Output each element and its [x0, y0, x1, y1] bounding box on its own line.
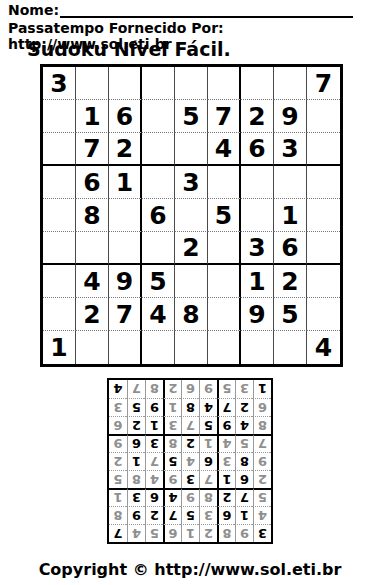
main-cell-r2c7: 2 — [241, 100, 274, 133]
solution-cell-r8c4: 4 — [199, 398, 217, 416]
solution-cell-r1c3: 8 — [217, 524, 235, 542]
main-cell-r6c1[interactable] — [43, 232, 76, 265]
main-cell-r4c3: 1 — [109, 166, 142, 199]
solution-cell-r9c2: 3 — [235, 380, 253, 398]
main-cell-r5c4: 6 — [142, 199, 175, 232]
main-cell-r7c9[interactable] — [307, 265, 340, 298]
solution-cell-r5c2: 8 — [235, 452, 253, 470]
solution-cell-r6c6: 8 — [163, 434, 181, 452]
solution-cell-r4c8: 8 — [127, 470, 145, 488]
main-cell-r3c7: 6 — [241, 133, 274, 166]
main-cell-r4c8[interactable] — [274, 166, 307, 199]
main-cell-r8c8: 5 — [274, 298, 307, 331]
main-cell-r1c7[interactable] — [241, 67, 274, 100]
solution-cell-r7c2: 4 — [235, 416, 253, 434]
main-cell-r5c1[interactable] — [43, 199, 76, 232]
main-cell-r8c7: 9 — [241, 298, 274, 331]
name-label: Nome: — [8, 2, 59, 18]
solution-cell-r4c7: 4 — [145, 470, 163, 488]
main-cell-r8c1[interactable] — [43, 298, 76, 331]
main-cell-r4c6[interactable] — [208, 166, 241, 199]
main-cell-r6c5: 2 — [175, 232, 208, 265]
main-cell-r8c5: 8 — [175, 298, 208, 331]
main-cell-r3c6: 4 — [208, 133, 241, 166]
main-cell-r6c7: 3 — [241, 232, 274, 265]
main-cell-r3c2: 7 — [76, 133, 109, 166]
name-row: Nome: — [8, 2, 353, 18]
main-cell-r7c5[interactable] — [175, 265, 208, 298]
main-cell-r1c8[interactable] — [274, 67, 307, 100]
solution-cell-r8c1: 6 — [253, 398, 271, 416]
main-cell-r9c4[interactable] — [142, 331, 175, 364]
solution-cell-r7c5: 7 — [181, 416, 199, 434]
solution-cell-r8c8: 5 — [127, 398, 145, 416]
solution-cell-r1c5: 1 — [181, 524, 199, 542]
main-cell-r1c6[interactable] — [208, 67, 241, 100]
main-grid: 371657297246361386512364951227489514 — [40, 64, 343, 367]
main-cell-r9c3[interactable] — [109, 331, 142, 364]
main-cell-r4c9[interactable] — [307, 166, 340, 199]
solution-cell-r3c3: 2 — [217, 488, 235, 506]
main-cell-r3c8: 3 — [274, 133, 307, 166]
solution-cell-r1c2: 9 — [235, 524, 253, 542]
main-cell-r7c2: 4 — [76, 265, 109, 298]
main-cell-r5c9[interactable] — [307, 199, 340, 232]
main-cell-r5c7[interactable] — [241, 199, 274, 232]
name-underline[interactable] — [60, 3, 353, 18]
main-cell-r5c8: 1 — [274, 199, 307, 232]
main-cell-r2c5: 5 — [175, 100, 208, 133]
main-cell-r9c1: 1 — [43, 331, 76, 364]
main-cell-r4c1[interactable] — [43, 166, 76, 199]
solution-cell-r8c3: 7 — [217, 398, 235, 416]
solution-cell-r6c2: 5 — [235, 434, 253, 452]
main-cell-r7c1[interactable] — [43, 265, 76, 298]
main-cell-r1c2[interactable] — [76, 67, 109, 100]
main-cell-r9c8[interactable] — [274, 331, 307, 364]
solution-cell-r9c3: 5 — [217, 380, 235, 398]
main-cell-r6c8: 6 — [274, 232, 307, 265]
solution-cell-r3c4: 8 — [199, 488, 217, 506]
main-cell-r2c3: 6 — [109, 100, 142, 133]
solution-cell-r7c4: 5 — [199, 416, 217, 434]
main-cell-r4c5: 3 — [175, 166, 208, 199]
main-cell-r6c6[interactable] — [208, 232, 241, 265]
solution-cell-r4c9: 5 — [109, 470, 127, 488]
solution-cell-r8c7: 9 — [145, 398, 163, 416]
main-cell-r2c2: 1 — [76, 100, 109, 133]
main-cell-r8c6[interactable] — [208, 298, 241, 331]
main-cell-r9c6[interactable] — [208, 331, 241, 364]
main-cell-r9c2[interactable] — [76, 331, 109, 364]
main-cell-r3c1[interactable] — [43, 133, 76, 166]
solution-cell-r5c7: 7 — [145, 452, 163, 470]
solution-cell-r1c9: 7 — [109, 524, 127, 542]
solution-cell-r6c3: 4 — [217, 434, 235, 452]
main-cell-r2c4[interactable] — [142, 100, 175, 133]
main-cell-r3c3: 2 — [109, 133, 142, 166]
solution-cell-r5c5: 4 — [181, 452, 199, 470]
solution-cell-r4c1: 2 — [253, 470, 271, 488]
solution-grid: 3982165474163572985728946312617394859836… — [107, 378, 273, 544]
solution-cell-r9c8: 7 — [127, 380, 145, 398]
main-cell-r3c9[interactable] — [307, 133, 340, 166]
main-cell-r1c5[interactable] — [175, 67, 208, 100]
main-cell-r7c6[interactable] — [208, 265, 241, 298]
main-cell-r8c4: 4 — [142, 298, 175, 331]
main-cell-r4c7[interactable] — [241, 166, 274, 199]
main-cell-r9c7[interactable] — [241, 331, 274, 364]
main-cell-r6c3[interactable] — [109, 232, 142, 265]
solution-cell-r8c2: 2 — [235, 398, 253, 416]
main-cell-r3c5[interactable] — [175, 133, 208, 166]
solution-cell-r3c8: 3 — [127, 488, 145, 506]
main-cell-r9c5[interactable] — [175, 331, 208, 364]
solution-cell-r6c7: 3 — [145, 434, 163, 452]
main-cell-r8c3: 7 — [109, 298, 142, 331]
main-cell-r8c9[interactable] — [307, 298, 340, 331]
solution-cell-r3c1: 5 — [253, 488, 271, 506]
main-cell-r7c3: 9 — [109, 265, 142, 298]
solution-cell-r3c9: 1 — [109, 488, 127, 506]
solution-cell-r9c7: 8 — [145, 380, 163, 398]
solution-cell-r5c3: 3 — [217, 452, 235, 470]
solution-cell-r6c1: 7 — [253, 434, 271, 452]
solution-cell-r4c6: 9 — [163, 470, 181, 488]
solution-cell-r9c6: 2 — [163, 380, 181, 398]
solution-cell-r1c8: 4 — [127, 524, 145, 542]
main-cell-r7c8: 2 — [274, 265, 307, 298]
main-cell-r5c3[interactable] — [109, 199, 142, 232]
main-cell-r2c9[interactable] — [307, 100, 340, 133]
solution-cell-r3c5: 9 — [181, 488, 199, 506]
solution-cell-r7c1: 8 — [253, 416, 271, 434]
solution-cell-r2c7: 2 — [145, 506, 163, 524]
main-cell-r8c2: 2 — [76, 298, 109, 331]
solution-cell-r8c5: 8 — [181, 398, 199, 416]
solution-cell-r2c8: 9 — [127, 506, 145, 524]
main-cell-r4c4[interactable] — [142, 166, 175, 199]
main-cell-r2c6: 7 — [208, 100, 241, 133]
solution-cell-r2c5: 5 — [181, 506, 199, 524]
solution-cell-r1c4: 2 — [199, 524, 217, 542]
main-cell-r5c5[interactable] — [175, 199, 208, 232]
solution-cell-r9c5: 6 — [181, 380, 199, 398]
solution-cell-r5c6: 5 — [163, 452, 181, 470]
solution-cell-r2c4: 3 — [199, 506, 217, 524]
main-cell-r6c4[interactable] — [142, 232, 175, 265]
solution-cell-r4c5: 3 — [181, 470, 199, 488]
copyright: Copyright © http://www.sol.eti.br — [0, 560, 380, 579]
main-cell-r1c3[interactable] — [109, 67, 142, 100]
main-cell-r7c7: 1 — [241, 265, 274, 298]
main-cell-r6c2[interactable] — [76, 232, 109, 265]
main-cell-r4c2: 6 — [76, 166, 109, 199]
main-cell-r1c9: 7 — [307, 67, 340, 100]
solution-cell-r4c4: 7 — [199, 470, 217, 488]
main-cell-r2c8: 9 — [274, 100, 307, 133]
solution-cell-r2c1: 4 — [253, 506, 271, 524]
solution-cell-r7c3: 9 — [217, 416, 235, 434]
solution-cell-r1c1: 3 — [253, 524, 271, 542]
solution-cell-r8c6: 1 — [163, 398, 181, 416]
main-cell-r7c4: 5 — [142, 265, 175, 298]
solution-cell-r7c9: 6 — [109, 416, 127, 434]
solution-cell-r6c4: 1 — [199, 434, 217, 452]
main-cell-r1c1: 3 — [43, 67, 76, 100]
solution-cell-r9c9: 4 — [109, 380, 127, 398]
solution-cell-r6c8: 6 — [127, 434, 145, 452]
main-cell-r2c1[interactable] — [43, 100, 76, 133]
solution-cell-r9c4: 9 — [199, 380, 217, 398]
main-cell-r1c4[interactable] — [142, 67, 175, 100]
main-cell-r5c2: 8 — [76, 199, 109, 232]
main-cell-r3c4[interactable] — [142, 133, 175, 166]
solution-cell-r2c6: 7 — [163, 506, 181, 524]
solution-cell-r6c5: 2 — [181, 434, 199, 452]
solution-cell-r2c2: 1 — [235, 506, 253, 524]
solution-cell-r7c6: 3 — [163, 416, 181, 434]
solution-cell-r7c8: 2 — [127, 416, 145, 434]
solution-cell-r2c9: 8 — [109, 506, 127, 524]
solution-cell-r5c9: 2 — [109, 452, 127, 470]
solution-cell-r5c4: 6 — [199, 452, 217, 470]
solution-cell-r5c8: 1 — [127, 452, 145, 470]
solution-cell-r4c2: 6 — [235, 470, 253, 488]
solution-cell-r3c7: 6 — [145, 488, 163, 506]
solution-cell-r3c6: 4 — [163, 488, 181, 506]
solution-cell-r2c3: 6 — [217, 506, 235, 524]
page-title: Sudoku Nível Fácil. — [27, 38, 231, 60]
solution-cell-r7c7: 1 — [145, 416, 163, 434]
solution-cell-r4c3: 1 — [217, 470, 235, 488]
main-cell-r5c6: 5 — [208, 199, 241, 232]
solution-cell-r1c6: 6 — [163, 524, 181, 542]
solution-cell-r5c1: 9 — [253, 452, 271, 470]
solution-cell-r3c2: 7 — [235, 488, 253, 506]
solution-cell-r8c9: 3 — [109, 398, 127, 416]
main-cell-r9c9: 4 — [307, 331, 340, 364]
solution-cell-r6c9: 9 — [109, 434, 127, 452]
main-cell-r6c9[interactable] — [307, 232, 340, 265]
solution-cell-r1c7: 5 — [145, 524, 163, 542]
solution-cell-r9c1: 1 — [253, 380, 271, 398]
